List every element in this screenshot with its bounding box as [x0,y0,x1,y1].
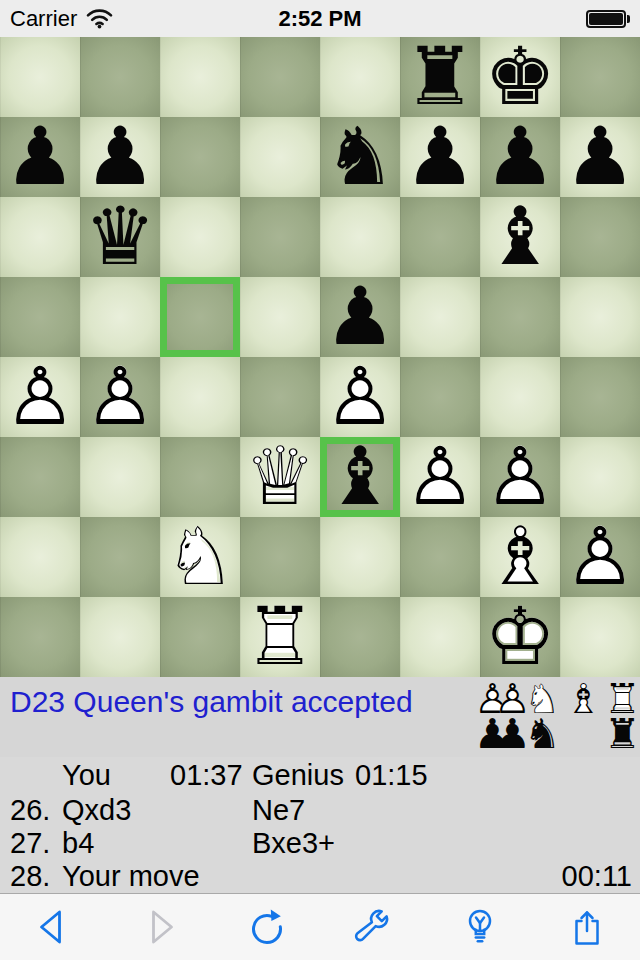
square-a2[interactable] [0,517,80,597]
back-icon [31,905,75,949]
square-h2[interactable]: ♟♙ [560,517,640,597]
square-h3[interactable] [560,437,640,517]
move-rows: 26.Qxd3Ne727.b4Bxe3+28.Your move00:11 [0,794,640,893]
square-h1[interactable] [560,597,640,677]
share-icon [565,905,609,949]
square-g5[interactable] [480,277,560,357]
move-number: 28. [0,860,62,893]
square-b4[interactable]: ♟♙ [80,357,160,437]
black-rook: ♜ [604,716,634,751]
move-list-header: You 01:37 Genius 01:15 [0,757,640,794]
square-a1[interactable] [0,597,80,677]
captured-black-pawn: ♟ [494,716,517,751]
square-f2[interactable] [400,517,480,597]
square-g1[interactable]: ♚♔ [480,597,560,677]
black-total-clock: 01:15 [355,759,465,792]
square-g2[interactable]: ♝♗ [480,517,560,597]
white-pawn[interactable]: ♟♙ [0,357,80,437]
white-queen[interactable]: ♛♕ [240,437,320,517]
chess-board: ♜♚♟♟♞♟♟♟♛♝♟♟♙♟♙♟♙♛♕♝♟♙♟♙♞♘♝♗♟♙♜♖♚♔ [0,37,640,677]
square-f3[interactable]: ♟♙ [400,437,480,517]
square-f8[interactable]: ♜ [400,37,480,117]
white-move: Qxd3 [62,794,170,827]
square-c4[interactable] [160,357,240,437]
black-player-name: Genius [252,759,355,792]
black-pawn[interactable]: ♟ [560,117,640,197]
square-f5[interactable] [400,277,480,357]
square-c1[interactable] [160,597,240,677]
black-pawn[interactable]: ♟ [480,117,560,197]
square-c2[interactable]: ♞♘ [160,517,240,597]
square-g8[interactable]: ♚ [480,37,560,117]
square-g3[interactable]: ♟♙ [480,437,560,517]
black-bishop[interactable]: ♝ [320,437,400,517]
captured-black-pieces: ♟♟♞♜ [474,716,634,751]
square-b6[interactable]: ♛ [80,197,160,277]
move-clock: 00:11 [465,860,640,893]
square-h4[interactable] [560,357,640,437]
captured-black-knight: ♞ [524,716,558,751]
square-b2[interactable] [80,517,160,597]
square-d5[interactable] [240,277,320,357]
square-g6[interactable]: ♝ [480,197,560,277]
square-c7[interactable] [160,117,240,197]
square-e1[interactable] [320,597,400,677]
square-b7[interactable]: ♟ [80,117,160,197]
info-bar: D23 Queen's gambit accepted ♟♙♟♙♞♘♝♗♜♖ ♟… [0,677,640,757]
white-bishop: ♝♗ [565,681,597,716]
move-number: 27. [0,827,62,860]
square-d6[interactable] [240,197,320,277]
battery-icon [586,10,630,28]
square-d8[interactable] [240,37,320,117]
black-bishop[interactable]: ♝ [480,197,560,277]
square-e6[interactable] [320,197,400,277]
forward-button[interactable] [107,894,214,960]
move-list: You 01:37 Genius 01:15 26.Qxd3Ne727.b4Bx… [0,757,640,893]
square-h7[interactable]: ♟ [560,117,640,197]
square-f7[interactable]: ♟ [400,117,480,197]
square-g7[interactable]: ♟ [480,117,560,197]
square-b1[interactable] [80,597,160,677]
square-c5[interactable] [160,277,240,357]
captured-empty-slot [565,716,597,751]
square-c8[interactable] [160,37,240,117]
black-move: Ne7 [252,794,355,827]
square-f1[interactable] [400,597,480,677]
square-c3[interactable] [160,437,240,517]
black-pawn[interactable]: ♟ [80,117,160,197]
white-total-clock: 01:37 [170,759,252,792]
share-button[interactable] [533,894,640,960]
white-pawn[interactable]: ♟♙ [400,437,480,517]
white-knight[interactable]: ♞♘ [160,517,240,597]
black-rook[interactable]: ♜ [400,37,480,117]
move-number: 26. [0,794,62,827]
square-b5[interactable] [80,277,160,357]
settings-button[interactable] [320,894,427,960]
square-f4[interactable] [400,357,480,437]
captured-white-bishop: ♝♗ [565,681,597,716]
square-b8[interactable] [80,37,160,117]
square-h8[interactable] [560,37,640,117]
square-e3[interactable]: ♝ [320,437,400,517]
black-king[interactable]: ♚ [480,37,560,117]
square-e5[interactable]: ♟ [320,277,400,357]
square-a7[interactable]: ♟ [0,117,80,197]
black-knight: ♞ [524,716,558,751]
square-g4[interactable] [480,357,560,437]
square-d1[interactable]: ♜♖ [240,597,320,677]
white-rook[interactable]: ♜♖ [240,597,320,677]
app-window: 2:52 PM Carrier ♜♚♟♟♞♟♟♟♛♝♟♟♙♟♙♟♙♛♕♝♟♙♟♙… [0,0,640,960]
white-move: b4 [62,827,170,860]
white-pawn[interactable]: ♟♙ [480,437,560,517]
hint-button[interactable] [427,894,534,960]
move-row: 26.Qxd3Ne7 [0,794,640,827]
square-h6[interactable] [560,197,640,277]
square-h5[interactable] [560,277,640,357]
black-pawn[interactable]: ♟ [0,117,80,197]
black-pawn: ♟ [494,716,517,751]
toolbar [0,893,640,960]
wrench-icon [351,905,395,949]
white-pawn[interactable]: ♟♙ [560,517,640,597]
redo-icon [245,905,289,949]
captured-black-rook: ♜ [604,716,634,751]
black-knight[interactable]: ♞ [320,117,400,197]
black-pawn[interactable]: ♟ [320,277,400,357]
square-d2[interactable] [240,517,320,597]
square-e8[interactable] [320,37,400,117]
square-e2[interactable] [320,517,400,597]
square-a3[interactable] [0,437,80,517]
square-c6[interactable] [160,197,240,277]
white-king[interactable]: ♚♔ [480,597,560,677]
square-d7[interactable] [240,117,320,197]
white-player-name: You [62,759,170,792]
square-d4[interactable] [240,357,320,437]
square-a8[interactable] [0,37,80,117]
square-a6[interactable] [0,197,80,277]
lightbulb-icon [458,905,502,949]
square-d3[interactable]: ♛♕ [240,437,320,517]
white-bishop[interactable]: ♝♗ [480,517,560,597]
square-a5[interactable] [0,277,80,357]
square-a4[interactable]: ♟♙ [0,357,80,437]
back-button[interactable] [0,894,107,960]
square-e4[interactable]: ♟♙ [320,357,400,437]
move-row: 27.b4Bxe3+ [0,827,640,860]
white-move: Your move [62,860,465,893]
black-move: Bxe3+ [252,827,355,860]
square-e7[interactable]: ♞ [320,117,400,197]
black-pawn[interactable]: ♟ [400,117,480,197]
square-f6[interactable] [400,197,480,277]
white-pawn[interactable]: ♟♙ [80,357,160,437]
captured-pieces-tray: ♟♙♟♙♞♘♝♗♜♖ ♟♟♞♜ [474,677,640,757]
square-b3[interactable] [80,437,160,517]
move-row: 28.Your move00:11 [0,860,640,893]
white-pawn[interactable]: ♟♙ [320,357,400,437]
opening-name: D23 Queen's gambit accepted [0,677,413,757]
redo-button[interactable] [213,894,320,960]
black-queen[interactable]: ♛ [80,197,160,277]
clock-label: 2:52 PM [0,6,640,32]
forward-icon [138,905,182,949]
